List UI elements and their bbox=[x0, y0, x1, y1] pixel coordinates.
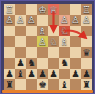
square-e1[interactable]: ♔ bbox=[37, 4, 48, 15]
square-a2[interactable]: ♙ bbox=[81, 15, 92, 26]
square-f3[interactable] bbox=[26, 26, 37, 37]
white-pawn-a2[interactable]: ♙ bbox=[82, 15, 91, 25]
square-b7[interactable]: ♟ bbox=[70, 69, 81, 80]
square-a8[interactable]: ♜ bbox=[81, 79, 92, 90]
black-pawn-d7[interactable]: ♟ bbox=[49, 69, 58, 79]
white-bishop-e3[interactable]: ♗ bbox=[38, 26, 47, 36]
square-f2[interactable]: ♙ bbox=[26, 15, 37, 26]
square-f8[interactable] bbox=[26, 79, 37, 90]
black-knight-c6[interactable]: ♞ bbox=[60, 58, 69, 68]
square-f7[interactable]: ♟ bbox=[26, 69, 37, 80]
square-d7[interactable]: ♟ bbox=[48, 69, 59, 80]
black-knight-f6[interactable]: ♞ bbox=[27, 58, 36, 68]
square-h2[interactable]: ♙ bbox=[4, 15, 15, 26]
black-bishop-g7[interactable]: ♝ bbox=[16, 69, 25, 79]
black-pawn-g6[interactable]: ♟ bbox=[16, 58, 25, 68]
bottom-orange-strip bbox=[2, 90, 93, 93]
square-h8[interactable]: ♜ bbox=[4, 79, 15, 90]
square-d2[interactable] bbox=[48, 15, 59, 26]
white-king-e1[interactable]: ♔ bbox=[38, 4, 47, 14]
square-h3[interactable] bbox=[4, 26, 15, 37]
square-g2[interactable]: ♙ bbox=[15, 15, 26, 26]
white-bishop-c4[interactable]: ♗ bbox=[60, 36, 69, 46]
black-bishop-c8[interactable]: ♝ bbox=[60, 79, 69, 89]
black-rook-h8[interactable]: ♜ bbox=[5, 79, 14, 89]
black-rook-a8[interactable]: ♜ bbox=[82, 79, 91, 89]
black-pawn-h7[interactable]: ♟ bbox=[5, 69, 14, 79]
chess-board[interactable]: ♖♔♕♖♙♙♙♙♙♙♗♘♙♘♗♛♟♞♞♟♝♟♟♟♟♟♜♚♝♜ bbox=[4, 4, 92, 90]
square-e8[interactable]: ♚ bbox=[37, 79, 48, 90]
white-pawn-e4[interactable]: ♙ bbox=[38, 36, 47, 46]
square-b2[interactable]: ♙ bbox=[70, 15, 81, 26]
square-a3[interactable] bbox=[81, 26, 92, 37]
square-g3[interactable] bbox=[15, 26, 26, 37]
square-d5[interactable] bbox=[48, 47, 59, 58]
square-h5[interactable] bbox=[4, 47, 15, 58]
square-g4[interactable] bbox=[15, 36, 26, 47]
square-c6[interactable]: ♞ bbox=[59, 58, 70, 69]
square-c4[interactable]: ♗ bbox=[59, 36, 70, 47]
square-f4[interactable] bbox=[26, 36, 37, 47]
black-pawn-b7[interactable]: ♟ bbox=[71, 69, 80, 79]
black-king-e8[interactable]: ♚ bbox=[38, 79, 47, 89]
square-e5[interactable] bbox=[37, 47, 48, 58]
square-h4[interactable] bbox=[4, 36, 15, 47]
white-rook-a1[interactable]: ♖ bbox=[82, 4, 91, 14]
square-b4[interactable] bbox=[70, 36, 81, 47]
black-pawn-e7[interactable]: ♟ bbox=[38, 69, 47, 79]
square-a5[interactable]: ♛ bbox=[81, 47, 92, 58]
white-knight-d4[interactable]: ♘ bbox=[49, 36, 58, 46]
square-c8[interactable]: ♝ bbox=[59, 79, 70, 90]
square-d1[interactable]: ♕ bbox=[48, 4, 59, 15]
square-d4[interactable]: ♘ bbox=[48, 36, 59, 47]
square-g7[interactable]: ♝ bbox=[15, 69, 26, 80]
white-pawn-f2[interactable]: ♙ bbox=[27, 15, 36, 25]
square-g8[interactable] bbox=[15, 79, 26, 90]
white-pawn-c2[interactable]: ♙ bbox=[60, 15, 69, 25]
square-d8[interactable] bbox=[48, 79, 59, 90]
square-b3[interactable] bbox=[70, 26, 81, 37]
white-pawn-b2[interactable]: ♙ bbox=[71, 15, 80, 25]
black-pawn-a7[interactable]: ♟ bbox=[82, 69, 91, 79]
black-pawn-f7[interactable]: ♟ bbox=[27, 69, 36, 79]
square-b8[interactable] bbox=[70, 79, 81, 90]
square-e4[interactable]: ♙ bbox=[37, 36, 48, 47]
black-queen-a5[interactable]: ♛ bbox=[82, 47, 91, 57]
white-pawn-g2[interactable]: ♙ bbox=[16, 15, 25, 25]
white-queen-d1[interactable]: ♕ bbox=[49, 4, 58, 14]
white-rook-h1[interactable]: ♖ bbox=[5, 4, 14, 14]
square-b5[interactable] bbox=[70, 47, 81, 58]
white-pawn-h2[interactable]: ♙ bbox=[5, 15, 14, 25]
chess-app-screenshot: ♖♔♕♖♙♙♙♙♙♙♗♘♙♘♗♛♟♞♞♟♝♟♟♟♟♟♜♚♝♜ bbox=[0, 0, 95, 94]
white-knight-c3[interactable]: ♘ bbox=[60, 26, 69, 36]
